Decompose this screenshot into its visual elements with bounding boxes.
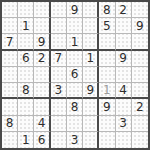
cell-r3c1[interactable]: 7 — [2, 34, 18, 50]
cell-r7c9[interactable]: 2 — [132, 99, 148, 115]
cell-r7c8[interactable] — [116, 99, 132, 115]
cell-r1c8[interactable]: 2 — [116, 2, 132, 18]
cell-r7c2[interactable] — [18, 99, 34, 115]
cell-r7c6[interactable] — [83, 99, 99, 115]
cell-r2c4[interactable] — [51, 18, 67, 34]
cell-r3c4[interactable] — [51, 34, 67, 50]
cell-r3c7[interactable] — [99, 34, 115, 50]
cell-r2c1[interactable] — [2, 18, 18, 34]
cell-r4c5[interactable] — [67, 51, 83, 67]
cell-r5c3[interactable] — [34, 67, 50, 83]
cell-r3c5[interactable]: 1 — [67, 34, 83, 50]
cell-r9c4[interactable] — [51, 132, 67, 148]
cell-r6c6[interactable]: 9 — [83, 83, 99, 99]
cell-r8c6[interactable] — [83, 116, 99, 132]
sudoku-board: 98215979162719683914892843163 — [0, 0, 150, 150]
cell-r4c3[interactable]: 2 — [34, 51, 50, 67]
cell-r7c5[interactable]: 8 — [67, 99, 83, 115]
cell-r9c6[interactable] — [83, 132, 99, 148]
cell-r9c7[interactable] — [99, 132, 115, 148]
cell-r2c3[interactable] — [34, 18, 50, 34]
cell-r8c2[interactable] — [18, 116, 34, 132]
cell-r1c7[interactable]: 8 — [99, 2, 115, 18]
cell-r8c8[interactable]: 3 — [116, 116, 132, 132]
cell-r2c7[interactable]: 5 — [99, 18, 115, 34]
cell-r4c2[interactable]: 6 — [18, 51, 34, 67]
cell-r5c1[interactable] — [2, 67, 18, 83]
cell-r4c1[interactable] — [2, 51, 18, 67]
cell-r1c5[interactable]: 9 — [67, 2, 83, 18]
cell-r8c7[interactable] — [99, 116, 115, 132]
cell-r5c6[interactable] — [83, 67, 99, 83]
cell-r1c3[interactable] — [34, 2, 50, 18]
cell-r6c3[interactable] — [34, 83, 50, 99]
cell-r4c6[interactable]: 1 — [83, 51, 99, 67]
cell-r1c2[interactable] — [18, 2, 34, 18]
cell-r3c9[interactable] — [132, 34, 148, 50]
cell-r6c9[interactable] — [132, 83, 148, 99]
cell-r9c2[interactable]: 1 — [18, 132, 34, 148]
cell-r3c8[interactable] — [116, 34, 132, 50]
cell-r6c8[interactable]: 4 — [116, 83, 132, 99]
cell-r9c5[interactable]: 3 — [67, 132, 83, 148]
cell-r2c9[interactable]: 9 — [132, 18, 148, 34]
cell-r1c6[interactable] — [83, 2, 99, 18]
cell-r2c5[interactable] — [67, 18, 83, 34]
cell-r2c2[interactable]: 1 — [18, 18, 34, 34]
cell-r2c6[interactable] — [83, 18, 99, 34]
cell-r5c2[interactable] — [18, 67, 34, 83]
cell-r7c3[interactable] — [34, 99, 50, 115]
cell-r1c1[interactable] — [2, 2, 18, 18]
cell-r8c9[interactable] — [132, 116, 148, 132]
cell-r5c5[interactable]: 6 — [67, 67, 83, 83]
cell-r4c9[interactable] — [132, 51, 148, 67]
cell-r6c4[interactable]: 3 — [51, 83, 67, 99]
cell-r7c4[interactable] — [51, 99, 67, 115]
cell-r7c7[interactable]: 9 — [99, 99, 115, 115]
cell-r8c4[interactable] — [51, 116, 67, 132]
cell-r1c4[interactable] — [51, 2, 67, 18]
cell-r8c1[interactable]: 8 — [2, 116, 18, 132]
cell-r2c8[interactable] — [116, 18, 132, 34]
cell-r6c5[interactable] — [67, 83, 83, 99]
cell-r1c9[interactable] — [132, 2, 148, 18]
cell-r8c3[interactable]: 4 — [34, 116, 50, 132]
cell-r6c7[interactable]: 1 — [99, 83, 115, 99]
cell-r4c8[interactable]: 9 — [116, 51, 132, 67]
cell-r4c7[interactable] — [99, 51, 115, 67]
cell-r9c3[interactable]: 6 — [34, 132, 50, 148]
cell-r8c5[interactable] — [67, 116, 83, 132]
cell-r6c2[interactable]: 8 — [18, 83, 34, 99]
cell-r4c4[interactable]: 7 — [51, 51, 67, 67]
cell-r6c1[interactable] — [2, 83, 18, 99]
cell-r5c8[interactable] — [116, 67, 132, 83]
cell-r9c9[interactable] — [132, 132, 148, 148]
cell-r5c7[interactable] — [99, 67, 115, 83]
cell-r3c2[interactable] — [18, 34, 34, 50]
cell-r5c9[interactable] — [132, 67, 148, 83]
cell-r3c6[interactable] — [83, 34, 99, 50]
cell-r7c1[interactable] — [2, 99, 18, 115]
cell-r9c8[interactable] — [116, 132, 132, 148]
cell-r3c3[interactable]: 9 — [34, 34, 50, 50]
cell-r9c1[interactable] — [2, 132, 18, 148]
cell-r5c4[interactable] — [51, 67, 67, 83]
